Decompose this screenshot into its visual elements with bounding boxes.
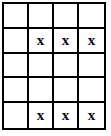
board-grid: x x x x x x [2, 2, 106, 130]
cell-r4-c2[interactable] [29, 78, 54, 103]
cell-r5-c2[interactable]: x [29, 103, 54, 128]
cell-r2-c4[interactable]: x [79, 29, 104, 54]
cell-r3-c4[interactable] [79, 54, 104, 79]
cell-r5-c1[interactable] [4, 103, 29, 128]
cell-r1-c3[interactable] [54, 4, 79, 29]
cell-r1-c2[interactable] [29, 4, 54, 29]
cell-r5-c3[interactable]: x [54, 103, 79, 128]
cell-r4-c1[interactable] [4, 78, 29, 103]
cell-r2-c3[interactable]: x [54, 29, 79, 54]
cell-r2-c2[interactable]: x [29, 29, 54, 54]
cell-r1-c4[interactable] [79, 4, 104, 29]
cell-r1-c1[interactable] [4, 4, 29, 29]
cell-r4-c3[interactable] [54, 78, 79, 103]
cell-r4-c4[interactable] [79, 78, 104, 103]
cell-r5-c4[interactable]: x [79, 103, 104, 128]
cell-r3-c1[interactable] [4, 54, 29, 79]
cell-r3-c3[interactable] [54, 54, 79, 79]
cell-r2-c1[interactable] [4, 29, 29, 54]
cell-r3-c2[interactable] [29, 54, 54, 79]
